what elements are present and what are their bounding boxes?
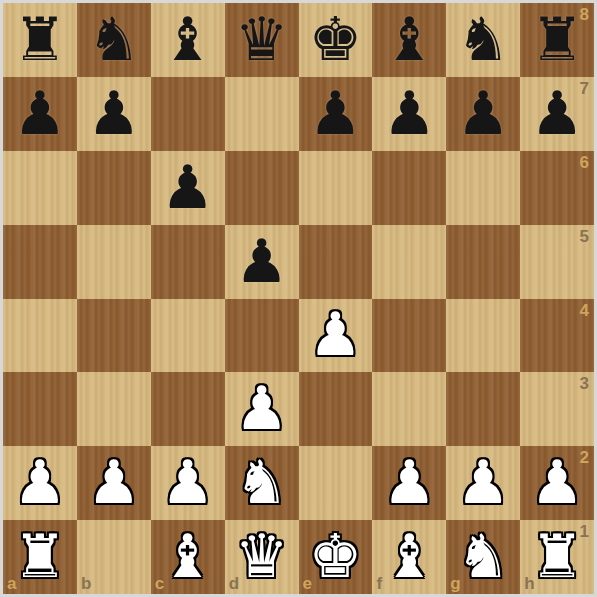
rank-label-3: 3 [580, 374, 589, 394]
square-h4[interactable]: 4 [520, 299, 594, 373]
square-e4[interactable]: ♟ [299, 299, 373, 373]
square-c7[interactable] [151, 77, 225, 151]
square-e7[interactable]: ♟ [299, 77, 373, 151]
square-g3[interactable] [446, 372, 520, 446]
square-g1[interactable]: ♞g [446, 520, 520, 594]
square-h8[interactable]: ♜8 [520, 3, 594, 77]
square-a8[interactable]: ♜ [3, 3, 77, 77]
square-f1[interactable]: ♝f [372, 520, 446, 594]
square-g7[interactable]: ♟ [446, 77, 520, 151]
rank-label-8: 8 [580, 5, 589, 25]
piece-black-rook[interactable]: ♜ [13, 9, 67, 69]
square-d7[interactable] [225, 77, 299, 151]
square-d2[interactable]: ♞ [225, 446, 299, 520]
square-e1[interactable]: ♚e [299, 520, 373, 594]
piece-white-pawn[interactable]: ♟ [382, 452, 436, 512]
square-e5[interactable] [299, 225, 373, 299]
rank-label-2: 2 [580, 448, 589, 468]
piece-white-pawn[interactable]: ♟ [530, 452, 584, 512]
piece-black-king[interactable]: ♚ [309, 9, 363, 69]
square-c5[interactable] [151, 225, 225, 299]
piece-black-knight[interactable]: ♞ [456, 9, 510, 69]
square-h2[interactable]: ♟2 [520, 446, 594, 520]
piece-black-bishop[interactable]: ♝ [382, 9, 436, 69]
square-d3[interactable]: ♟ [225, 372, 299, 446]
square-e8[interactable]: ♚ [299, 3, 373, 77]
square-b8[interactable]: ♞ [77, 3, 151, 77]
file-label-c: c [155, 574, 164, 594]
square-g6[interactable] [446, 151, 520, 225]
square-b7[interactable]: ♟ [77, 77, 151, 151]
chess-board: ♜♞♝♛♚♝♞♜8♟♟♟♟♟♟7♟6♟5♟4♟3♟♟♟♞♟♟♟2♜ab♝c♛d♚… [3, 3, 594, 594]
square-g4[interactable] [446, 299, 520, 373]
square-a4[interactable] [3, 299, 77, 373]
square-f3[interactable] [372, 372, 446, 446]
square-b4[interactable] [77, 299, 151, 373]
square-b1[interactable]: b [77, 520, 151, 594]
square-g8[interactable]: ♞ [446, 3, 520, 77]
square-c3[interactable] [151, 372, 225, 446]
square-e3[interactable] [299, 372, 373, 446]
square-b5[interactable] [77, 225, 151, 299]
square-g2[interactable]: ♟ [446, 446, 520, 520]
piece-white-pawn[interactable]: ♟ [87, 452, 141, 512]
file-label-b: b [81, 574, 91, 594]
square-e6[interactable] [299, 151, 373, 225]
piece-black-pawn[interactable]: ♟ [235, 231, 289, 291]
rank-label-6: 6 [580, 153, 589, 173]
square-g5[interactable] [446, 225, 520, 299]
rank-label-1: 1 [580, 522, 589, 542]
square-h3[interactable]: 3 [520, 372, 594, 446]
piece-black-knight[interactable]: ♞ [87, 9, 141, 69]
square-a5[interactable] [3, 225, 77, 299]
square-h5[interactable]: 5 [520, 225, 594, 299]
piece-black-pawn[interactable]: ♟ [382, 83, 436, 143]
piece-white-pawn[interactable]: ♟ [161, 452, 215, 512]
piece-white-pawn[interactable]: ♟ [235, 378, 289, 438]
square-d1[interactable]: ♛d [225, 520, 299, 594]
square-a3[interactable] [3, 372, 77, 446]
rank-label-7: 7 [580, 79, 589, 99]
square-a2[interactable]: ♟ [3, 446, 77, 520]
piece-white-bishop[interactable]: ♝ [382, 526, 436, 586]
square-a1[interactable]: ♜a [3, 520, 77, 594]
piece-white-knight[interactable]: ♞ [235, 452, 289, 512]
square-a7[interactable]: ♟ [3, 77, 77, 151]
piece-black-pawn[interactable]: ♟ [161, 157, 215, 217]
square-a6[interactable] [3, 151, 77, 225]
piece-white-king[interactable]: ♚ [309, 526, 363, 586]
piece-white-pawn[interactable]: ♟ [13, 452, 67, 512]
square-f6[interactable] [372, 151, 446, 225]
piece-black-pawn[interactable]: ♟ [13, 83, 67, 143]
square-f2[interactable]: ♟ [372, 446, 446, 520]
square-c8[interactable]: ♝ [151, 3, 225, 77]
piece-white-rook[interactable]: ♜ [13, 526, 67, 586]
square-d5[interactable]: ♟ [225, 225, 299, 299]
square-e2[interactable] [299, 446, 373, 520]
square-c4[interactable] [151, 299, 225, 373]
rank-label-5: 5 [580, 227, 589, 247]
piece-white-knight[interactable]: ♞ [456, 526, 510, 586]
piece-black-pawn[interactable]: ♟ [309, 83, 363, 143]
piece-black-rook[interactable]: ♜ [530, 9, 584, 69]
square-h6[interactable]: 6 [520, 151, 594, 225]
rank-label-4: 4 [580, 301, 589, 321]
piece-black-bishop[interactable]: ♝ [161, 9, 215, 69]
square-b3[interactable] [77, 372, 151, 446]
file-label-f: f [376, 574, 382, 594]
piece-black-pawn[interactable]: ♟ [456, 83, 510, 143]
piece-white-pawn[interactable]: ♟ [309, 304, 363, 364]
square-c1[interactable]: ♝c [151, 520, 225, 594]
board-frame: ♜♞♝♛♚♝♞♜8♟♟♟♟♟♟7♟6♟5♟4♟3♟♟♟♞♟♟♟2♜ab♝c♛d♚… [0, 0, 597, 597]
square-c2[interactable]: ♟ [151, 446, 225, 520]
square-f8[interactable]: ♝ [372, 3, 446, 77]
square-h7[interactable]: ♟7 [520, 77, 594, 151]
square-b6[interactable] [77, 151, 151, 225]
file-label-e: e [303, 574, 312, 594]
file-label-a: a [7, 574, 16, 594]
piece-white-pawn[interactable]: ♟ [456, 452, 510, 512]
piece-black-pawn[interactable]: ♟ [87, 83, 141, 143]
square-f5[interactable] [372, 225, 446, 299]
square-h1[interactable]: ♜1h [520, 520, 594, 594]
file-label-d: d [229, 574, 239, 594]
square-d8[interactable]: ♛ [225, 3, 299, 77]
square-d6[interactable] [225, 151, 299, 225]
square-d4[interactable] [225, 299, 299, 373]
piece-white-queen[interactable]: ♛ [235, 526, 289, 586]
square-b2[interactable]: ♟ [77, 446, 151, 520]
square-f4[interactable] [372, 299, 446, 373]
file-label-g: g [450, 574, 460, 594]
file-label-h: h [524, 574, 534, 594]
square-f7[interactable]: ♟ [372, 77, 446, 151]
square-c6[interactable]: ♟ [151, 151, 225, 225]
piece-white-rook[interactable]: ♜ [530, 526, 584, 586]
piece-white-bishop[interactable]: ♝ [161, 526, 215, 586]
piece-black-queen[interactable]: ♛ [235, 9, 289, 69]
piece-black-pawn[interactable]: ♟ [530, 83, 584, 143]
